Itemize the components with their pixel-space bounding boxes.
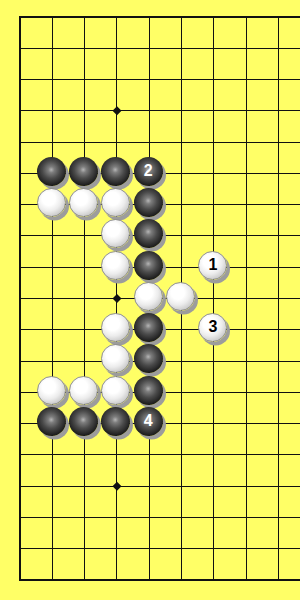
white-stone (69, 188, 98, 217)
white-stone: 3 (198, 313, 227, 342)
black-stone (37, 157, 66, 186)
black-stone (69, 157, 98, 186)
white-stone (37, 376, 66, 405)
black-stone (134, 188, 163, 217)
black-stone (101, 407, 130, 436)
black-stone (37, 407, 66, 436)
black-stone: 4 (134, 407, 163, 436)
white-stone (101, 344, 130, 373)
black-stone (69, 407, 98, 436)
black-stone (134, 344, 163, 373)
move-number-label: 4 (144, 413, 153, 430)
black-stone (101, 157, 130, 186)
move-number-label: 3 (208, 319, 217, 336)
black-stone (134, 376, 163, 405)
stone-layer: 2134 (4, 1, 295, 595)
black-stone (134, 219, 163, 248)
black-stone: 2 (134, 157, 163, 186)
white-stone (101, 188, 130, 217)
white-stone (166, 282, 195, 311)
black-stone (134, 313, 163, 342)
white-stone (134, 282, 163, 311)
white-stone (101, 313, 130, 342)
white-stone: 1 (198, 251, 227, 280)
white-stone (101, 219, 130, 248)
black-stone (134, 251, 163, 280)
white-stone (69, 376, 98, 405)
white-stone (101, 251, 130, 280)
move-number-label: 2 (144, 163, 153, 180)
go-diagram: 2134 (0, 0, 300, 600)
move-number-label: 1 (208, 257, 217, 274)
white-stone (101, 376, 130, 405)
white-stone (37, 188, 66, 217)
